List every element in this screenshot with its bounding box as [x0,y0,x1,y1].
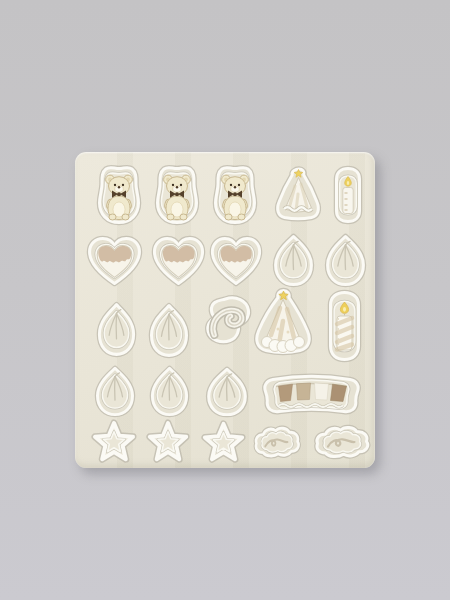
mold-cavity-drop [203,365,251,418]
mold-ring [317,427,368,456]
mold-cavity-heart [86,235,143,288]
mold-cavity-hat-large [250,285,316,363]
mold-cavity-bear [153,162,201,228]
mold-ring [205,424,242,459]
photo [0,0,450,600]
mold-cavity-star [89,418,139,465]
mold-cavity-drop [92,364,138,418]
mold-cavity-drop [146,301,192,359]
mold-cavity-hat-small [273,164,323,226]
mold-cavity-star [199,419,248,465]
mold-ring [256,428,299,456]
mold-ring [150,423,186,459]
mold-tray [75,152,375,468]
mold-cavity-candle-small [332,164,364,226]
mold-cavity-bear [95,162,143,228]
mold-cavity-bear [211,162,259,228]
mold-cavity-drop [147,364,192,418]
mold-cavity-star [144,418,192,465]
mold-cavity-drop [94,300,139,358]
mold-cavity-cloud [251,423,303,464]
mold-cavity-drop [322,232,369,288]
mold-ring [95,423,133,459]
mold-cavity-banner [261,372,362,417]
mold-cavity-heart [151,235,206,288]
mold-cavity-drop [270,232,317,288]
mold-cavity-cloud [311,422,373,465]
mold-cavity-squiggle [199,293,254,355]
mold-cavity-heart [209,235,263,288]
mold-cavity-candle-large [324,288,365,364]
